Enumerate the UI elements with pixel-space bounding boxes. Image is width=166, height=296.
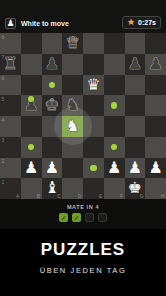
square-g3[interactable] (125, 137, 146, 158)
square-b2[interactable]: ♟ (21, 158, 42, 179)
puzzle-step-2-done: ✓ (72, 213, 81, 222)
square-a5[interactable]: 5 (0, 95, 21, 116)
square-f1[interactable]: F (104, 178, 125, 199)
rank-label-8: 8 (2, 34, 5, 40)
white-pawn-h2[interactable]: ♟ (145, 158, 166, 179)
square-d8[interactable]: ♛ (62, 33, 83, 54)
square-a6[interactable]: 6 (0, 75, 21, 96)
black-king-c5[interactable]: ♚ (42, 95, 63, 116)
move-dot-e2[interactable] (90, 165, 97, 172)
square-h7[interactable]: ♟ (145, 54, 166, 75)
file-label-e: E (99, 193, 102, 199)
star-icon: ★ (127, 18, 135, 27)
puzzle-step-1-done: ✓ (59, 213, 68, 222)
square-f2[interactable]: ♟ (104, 158, 125, 179)
rank-label-2: 2 (2, 158, 5, 164)
white-queen-e6[interactable]: ♛ (83, 75, 104, 96)
square-c1[interactable]: ♝C (42, 178, 63, 199)
puzzle-goal-label: MATE IN 4 (67, 204, 99, 210)
rank-label-5: 5 (2, 96, 5, 102)
white-pawn-g2[interactable]: ♟ (125, 158, 146, 179)
square-g1[interactable]: ♚G (125, 178, 146, 199)
square-g7[interactable]: ♟ (125, 54, 146, 75)
file-label-d: D (78, 193, 82, 199)
square-b5[interactable]: ♟ (21, 95, 42, 116)
square-c4[interactable] (42, 116, 63, 137)
move-dot-f5[interactable] (111, 102, 118, 109)
square-f3[interactable] (104, 137, 125, 158)
puzzle-step-4-pending (98, 213, 107, 222)
app-tagline: ÜBEN JEDEN TAG (40, 266, 127, 275)
square-a4[interactable]: 4 (0, 116, 21, 137)
square-d7[interactable] (62, 54, 83, 75)
square-e2[interactable] (83, 158, 104, 179)
puzzle-steps: ✓✓ (59, 213, 107, 222)
square-h8[interactable] (145, 33, 166, 54)
square-c7[interactable]: ♟ (42, 54, 63, 75)
square-g6[interactable] (125, 75, 146, 96)
square-d5[interactable]: ♞ (62, 95, 83, 116)
black-pawn-c7[interactable]: ♟ (42, 54, 63, 75)
file-label-f: F (120, 193, 123, 199)
square-b1[interactable]: B (21, 178, 42, 199)
chess-board[interactable]: 8♛♜7♟♟♟6♛5♟♚♞4♞32♟♟♟♟♟1AB♝CDEF♚GH (0, 33, 166, 199)
file-label-c: C (57, 193, 61, 199)
move-dot-b3[interactable] (28, 144, 35, 151)
square-f8[interactable] (104, 33, 125, 54)
rank-label-1: 1 (2, 179, 5, 185)
square-c2[interactable]: ♟ (42, 158, 63, 179)
square-b7[interactable] (21, 54, 42, 75)
square-d1[interactable]: D (62, 178, 83, 199)
square-a2[interactable]: 2 (0, 158, 21, 179)
rank-label-4: 4 (2, 117, 5, 123)
black-pawn-g7[interactable]: ♟ (125, 54, 146, 75)
square-d6[interactable] (62, 75, 83, 96)
square-b3[interactable] (21, 137, 42, 158)
white-pawn-b2[interactable]: ♟ (21, 158, 42, 179)
square-g5[interactable] (125, 95, 146, 116)
square-h2[interactable]: ♟ (145, 158, 166, 179)
black-queen-d8[interactable]: ♛ (62, 33, 83, 54)
puzzle-progress-bar: MATE IN 4 ✓✓ (0, 199, 166, 229)
black-knight-d5[interactable]: ♞ (62, 95, 83, 116)
rank-label-3: 3 (2, 137, 5, 143)
square-f5[interactable] (104, 95, 125, 116)
square-e7[interactable] (83, 54, 104, 75)
square-b4[interactable] (21, 116, 42, 137)
square-e3[interactable] (83, 137, 104, 158)
square-e8[interactable] (83, 33, 104, 54)
turn-indicator: ♟ White to move (5, 18, 69, 29)
square-d3[interactable] (62, 137, 83, 158)
black-pawn-h7[interactable]: ♟ (145, 54, 166, 75)
square-d4[interactable]: ♞ (62, 116, 83, 137)
move-dot-f3[interactable] (111, 144, 118, 151)
white-pawn-icon: ♟ (5, 18, 16, 29)
square-d2[interactable] (62, 158, 83, 179)
move-dot-c6[interactable] (49, 82, 56, 89)
square-a7[interactable]: ♜7 (0, 54, 21, 75)
square-h6[interactable] (145, 75, 166, 96)
square-h3[interactable] (145, 137, 166, 158)
square-g4[interactable] (125, 116, 146, 137)
file-label-h: H (161, 193, 165, 199)
square-g2[interactable]: ♟ (125, 158, 146, 179)
file-label-a: A (16, 193, 19, 199)
square-e5[interactable] (83, 95, 104, 116)
square-c8[interactable] (42, 33, 63, 54)
pawn-glyph: ♟ (6, 19, 14, 28)
timer-value: 0:27s (138, 19, 156, 26)
square-e4[interactable] (83, 116, 104, 137)
square-h5[interactable] (145, 95, 166, 116)
square-a3[interactable]: 3 (0, 137, 21, 158)
square-c6[interactable] (42, 75, 63, 96)
ad-footer: PUZZLES ÜBEN JEDEN TAG (0, 229, 166, 296)
puzzle-step-3-pending (85, 213, 94, 222)
white-pawn-f2[interactable]: ♟ (104, 158, 125, 179)
square-e1[interactable]: E (83, 178, 104, 199)
file-label-b: B (37, 193, 40, 199)
square-b6[interactable] (21, 75, 42, 96)
status-bar: ♟ White to move ★ 0:27s (0, 0, 166, 33)
rank-label-7: 7 (2, 54, 5, 60)
square-f7[interactable] (104, 54, 125, 75)
file-label-g: G (140, 193, 144, 199)
app-title: PUZZLES (41, 240, 125, 260)
square-b8[interactable] (21, 33, 42, 54)
square-c3[interactable] (42, 137, 63, 158)
square-h1[interactable]: H (145, 178, 166, 199)
rank-label-6: 6 (2, 75, 5, 81)
app-screen: ♟ White to move ★ 0:27s 8♛♜7♟♟♟6♛5♟♚♞4♞3… (0, 0, 166, 296)
square-f4[interactable] (104, 116, 125, 137)
square-e6[interactable]: ♛ (83, 75, 104, 96)
square-a1[interactable]: 1A (0, 178, 21, 199)
square-f6[interactable] (104, 75, 125, 96)
square-c5[interactable]: ♚ (42, 95, 63, 116)
square-a8[interactable]: 8 (0, 33, 21, 54)
turn-label: White to move (21, 20, 69, 27)
white-pawn-c2[interactable]: ♟ (42, 158, 63, 179)
white-knight-d4[interactable]: ♞ (62, 116, 83, 137)
square-h4[interactable] (145, 116, 166, 137)
timer-badge: ★ 0:27s (122, 16, 161, 29)
square-g8[interactable] (125, 33, 146, 54)
